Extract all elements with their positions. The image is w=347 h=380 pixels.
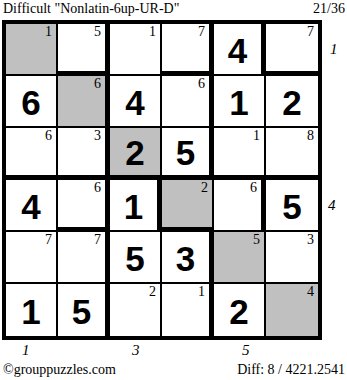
cell-clue: 3 <box>307 233 314 247</box>
cell-r3c2[interactable]: 3 <box>58 128 110 180</box>
cell-r2c5[interactable]: 1 <box>214 76 266 128</box>
cell-clue: 1 <box>45 25 52 39</box>
cell-clue: 1 <box>198 285 205 299</box>
col-label-5: 5 <box>242 343 250 358</box>
cell-given-digit: 4 <box>228 33 247 68</box>
cell-given-digit: 1 <box>124 189 143 224</box>
cell-clue: 7 <box>198 25 205 39</box>
cell-r1c6[interactable]: 7 <box>266 24 318 76</box>
cell-r1c4[interactable]: 7 <box>162 24 214 76</box>
cell-given-digit: 5 <box>176 135 195 170</box>
cell-given-digit: 6 <box>21 85 40 120</box>
cell-r6c2[interactable]: 5 <box>58 284 110 336</box>
cell-clue: 6 <box>198 77 205 91</box>
cell-clue: 7 <box>45 233 52 247</box>
cell-r6c1[interactable]: 1 <box>6 284 58 336</box>
cell-r2c2[interactable]: 6 <box>58 76 110 128</box>
cell-r4c6[interactable]: 5 <box>266 180 318 232</box>
cell-r4c2[interactable]: 6 <box>58 180 110 232</box>
cell-clue: 5 <box>94 25 101 39</box>
cell-r2c4[interactable]: 6 <box>162 76 214 128</box>
cell-r5c2[interactable]: 7 <box>58 232 110 284</box>
puzzle-page: Difficult "Nonlatin-6up-UR-D" 21/36 1517… <box>0 0 347 380</box>
cell-r2c1[interactable]: 6 <box>6 76 58 128</box>
cell-r1c3[interactable]: 1 <box>110 24 162 76</box>
cell-clue: 3 <box>94 129 101 143</box>
site-credit: ©grouppuzzles.com <box>3 362 116 378</box>
cell-given-digit: 4 <box>21 189 40 224</box>
cell-r6c5[interactable]: 2 <box>214 284 266 336</box>
cell-given-digit: 2 <box>229 294 248 329</box>
cell-r4c4[interactable]: 2 <box>162 180 214 232</box>
page-title: Difficult "Nonlatin-6up-UR-D" <box>3 1 179 17</box>
col-label-1: 1 <box>22 343 30 358</box>
cell-r2c6[interactable]: 2 <box>266 76 318 128</box>
cell-r5c5[interactable]: 5 <box>214 232 266 284</box>
cell-clue: 1 <box>149 25 156 39</box>
cell-given-digit: 2 <box>282 85 301 120</box>
cell-given-digit: 5 <box>125 241 144 276</box>
cell-r1c2[interactable]: 5 <box>58 24 110 76</box>
cell-given-digit: 2 <box>125 135 144 170</box>
cell-clue: 1 <box>253 129 260 143</box>
row-label-4: 4 <box>328 198 336 213</box>
cell-clue: 4 <box>307 285 314 299</box>
cell-r6c6[interactable]: 4 <box>266 284 318 336</box>
cell-r3c3[interactable]: 2 <box>110 128 162 180</box>
cell-r5c4[interactable]: 3 <box>162 232 214 284</box>
cell-given-digit: 1 <box>21 294 40 329</box>
row-label-1: 1 <box>330 42 338 57</box>
header: Difficult "Nonlatin-6up-UR-D" 21/36 <box>3 1 345 17</box>
cell-r2c3[interactable]: 4 <box>110 76 162 128</box>
cell-r5c6[interactable]: 3 <box>266 232 318 284</box>
cell-clue: 6 <box>250 181 257 195</box>
cell-r5c1[interactable]: 7 <box>6 232 58 284</box>
cell-given-digit: 5 <box>72 294 91 329</box>
cell-r4c5[interactable]: 6 <box>214 180 266 232</box>
cell-r6c4[interactable]: 1 <box>162 284 214 336</box>
cell-clue: 2 <box>201 181 208 195</box>
cell-r3c1[interactable]: 6 <box>6 128 58 180</box>
cell-clue: 6 <box>45 129 52 143</box>
cell-r5c3[interactable]: 5 <box>110 232 162 284</box>
cell-given-digit: 5 <box>282 189 301 224</box>
cell-clue: 2 <box>149 285 156 299</box>
clue-counter: 21/36 <box>313 1 345 17</box>
cell-given-digit: 4 <box>125 85 144 120</box>
difficulty-rating: Diff: 8 / 4221.2541 <box>237 362 345 378</box>
cell-r1c1[interactable]: 1 <box>6 24 58 76</box>
cell-r4c1[interactable]: 4 <box>6 180 58 232</box>
cell-given-digit: 3 <box>176 241 195 276</box>
col-label-3: 3 <box>132 343 140 358</box>
cell-r4c3[interactable]: 1 <box>110 180 162 232</box>
cell-r6c3[interactable]: 2 <box>110 284 162 336</box>
cell-clue: 8 <box>307 129 314 143</box>
puzzle-grid: 151747664612632518461265775353152124 <box>2 20 322 340</box>
cell-clue: 7 <box>94 233 101 247</box>
cell-given-digit: 1 <box>229 85 248 120</box>
cell-r1c5[interactable]: 4 <box>214 24 266 76</box>
cell-clue: 7 <box>307 25 314 39</box>
cell-clue: 5 <box>253 233 260 247</box>
cell-clue: 6 <box>94 77 101 91</box>
cell-r3c5[interactable]: 1 <box>214 128 266 180</box>
cell-clue: 6 <box>94 181 101 195</box>
cell-r3c6[interactable]: 8 <box>266 128 318 180</box>
cell-r3c4[interactable]: 5 <box>162 128 214 180</box>
